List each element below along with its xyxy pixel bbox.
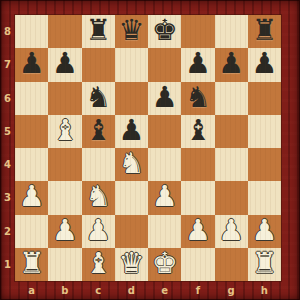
piece-white-pawn: ♟ [152,182,178,211]
square-b8[interactable] [48,15,81,48]
rank-label-4: 4 [0,148,15,181]
square-d3[interactable] [115,181,148,214]
square-b4[interactable] [48,148,81,181]
square-f5[interactable]: ♝ [181,115,214,148]
square-h4[interactable] [248,148,281,181]
file-label-h: h [248,281,281,299]
square-h1[interactable]: ♜ [248,248,281,281]
square-b2[interactable]: ♟ [48,215,81,248]
square-g3[interactable] [215,181,248,214]
piece-black-king: ♚ [152,16,178,45]
square-a3[interactable]: ♟ [15,181,48,214]
piece-black-pawn: ♟ [218,49,244,78]
piece-black-rook: ♜ [251,16,277,45]
square-d2[interactable] [115,215,148,248]
square-d5[interactable]: ♟ [115,115,148,148]
piece-black-queen: ♛ [118,16,144,45]
square-c3[interactable]: ♞ [82,181,115,214]
square-d1[interactable]: ♛ [115,248,148,281]
file-label-f: f [181,281,214,299]
square-a2[interactable] [15,215,48,248]
square-f6[interactable]: ♞ [181,82,214,115]
piece-white-pawn: ♟ [251,216,277,245]
piece-black-pawn: ♟ [251,49,277,78]
piece-white-pawn: ♟ [218,216,244,245]
rank-label-3: 3 [0,181,15,214]
square-d4[interactable]: ♞ [115,148,148,181]
piece-black-pawn: ♟ [52,49,78,78]
square-h5[interactable] [248,115,281,148]
square-f2[interactable]: ♟ [181,215,214,248]
chessboard-app: 87654321 abcdefgh ♜♛♚♜♟♟♟♟♟♞♟♞♝♝♟♝♞♟♞♟♟♟… [0,0,300,300]
piece-white-rook: ♜ [19,249,45,278]
rank-label-5: 5 [0,115,15,148]
square-c6[interactable]: ♞ [82,82,115,115]
square-a6[interactable] [15,82,48,115]
chess-board: ♜♛♚♜♟♟♟♟♟♞♟♞♝♝♟♝♞♟♞♟♟♟♟♟♟♜♝♛♚♜ [15,15,281,281]
piece-black-knight: ♞ [185,83,211,112]
file-label-b: b [48,281,81,299]
piece-white-rook: ♜ [251,249,277,278]
square-e8[interactable]: ♚ [148,15,181,48]
square-h7[interactable]: ♟ [248,48,281,81]
square-a5[interactable] [15,115,48,148]
square-e6[interactable]: ♟ [148,82,181,115]
square-g5[interactable] [215,115,248,148]
rank-label-1: 1 [0,248,15,281]
piece-white-bishop: ♝ [52,116,78,145]
square-f7[interactable]: ♟ [181,48,214,81]
square-e7[interactable] [148,48,181,81]
rank-label-7: 7 [0,48,15,81]
square-b3[interactable] [48,181,81,214]
square-c2[interactable]: ♟ [82,215,115,248]
square-d8[interactable]: ♛ [115,15,148,48]
square-e1[interactable]: ♚ [148,248,181,281]
square-c4[interactable] [82,148,115,181]
file-label-c: c [82,281,115,299]
rank-labels: 87654321 [0,15,15,281]
square-b5[interactable]: ♝ [48,115,81,148]
square-g6[interactable] [215,82,248,115]
square-f3[interactable] [181,181,214,214]
square-a4[interactable] [15,148,48,181]
piece-white-bishop: ♝ [85,249,111,278]
square-f1[interactable] [181,248,214,281]
square-c8[interactable]: ♜ [82,15,115,48]
rank-label-6: 6 [0,82,15,115]
piece-black-pawn: ♟ [19,49,45,78]
square-c7[interactable] [82,48,115,81]
square-e5[interactable] [148,115,181,148]
square-h3[interactable] [248,181,281,214]
square-d7[interactable] [115,48,148,81]
piece-black-pawn: ♟ [152,83,178,112]
piece-white-queen: ♛ [118,249,144,278]
square-b1[interactable] [48,248,81,281]
square-e3[interactable]: ♟ [148,181,181,214]
piece-black-pawn: ♟ [118,116,144,145]
square-g2[interactable]: ♟ [215,215,248,248]
piece-white-knight: ♞ [85,182,111,211]
piece-white-pawn: ♟ [85,216,111,245]
square-c1[interactable]: ♝ [82,248,115,281]
square-h2[interactable]: ♟ [248,215,281,248]
square-a8[interactable] [15,15,48,48]
square-f4[interactable] [181,148,214,181]
square-g4[interactable] [215,148,248,181]
piece-white-pawn: ♟ [185,216,211,245]
piece-black-bishop: ♝ [185,116,211,145]
file-label-e: e [148,281,181,299]
piece-white-king: ♚ [152,249,178,278]
square-h6[interactable] [248,82,281,115]
file-labels: abcdefgh [15,281,281,299]
piece-black-rook: ♜ [85,16,111,45]
square-g8[interactable] [215,15,248,48]
piece-white-pawn: ♟ [19,182,45,211]
square-a1[interactable]: ♜ [15,248,48,281]
square-c5[interactable]: ♝ [82,115,115,148]
piece-black-bishop: ♝ [85,116,111,145]
square-e2[interactable] [148,215,181,248]
square-b6[interactable] [48,82,81,115]
square-g7[interactable]: ♟ [215,48,248,81]
file-label-d: d [115,281,148,299]
file-label-g: g [215,281,248,299]
rank-label-2: 2 [0,215,15,248]
piece-black-knight: ♞ [85,83,111,112]
rank-label-8: 8 [0,15,15,48]
square-g1[interactable] [215,248,248,281]
square-h8[interactable]: ♜ [248,15,281,48]
square-b7[interactable]: ♟ [48,48,81,81]
file-label-a: a [15,281,48,299]
square-a7[interactable]: ♟ [15,48,48,81]
square-d6[interactable] [115,82,148,115]
square-f8[interactable] [181,15,214,48]
piece-black-pawn: ♟ [185,49,211,78]
square-e4[interactable] [148,148,181,181]
piece-white-knight: ♞ [118,149,144,178]
piece-white-pawn: ♟ [52,216,78,245]
